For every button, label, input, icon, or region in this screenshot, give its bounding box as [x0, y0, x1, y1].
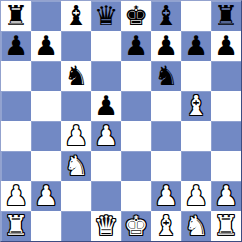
square-h7[interactable]: ♟: [211, 31, 241, 61]
square-d7[interactable]: [91, 31, 121, 61]
square-d3[interactable]: [91, 151, 121, 181]
square-f3[interactable]: [151, 151, 181, 181]
square-g7[interactable]: ♟: [181, 31, 211, 61]
square-c7[interactable]: [61, 31, 91, 61]
white-pawn-b2[interactable]: ♟: [34, 181, 58, 211]
white-pawn-f2[interactable]: ♟: [154, 181, 178, 211]
square-d6[interactable]: [91, 61, 121, 91]
square-h5[interactable]: [211, 91, 241, 121]
black-rook-h8[interactable]: ♜: [214, 1, 238, 31]
square-c5[interactable]: [61, 91, 91, 121]
square-b1[interactable]: [31, 211, 61, 241]
square-a4[interactable]: [1, 121, 31, 151]
square-c1[interactable]: [61, 211, 91, 241]
square-e3[interactable]: [121, 151, 151, 181]
square-f1[interactable]: ♝: [151, 211, 181, 241]
square-g8[interactable]: [181, 1, 211, 31]
white-pawn-c4[interactable]: ♟: [64, 121, 88, 151]
black-bishop-f8[interactable]: ♝: [154, 1, 178, 31]
square-e2[interactable]: [121, 181, 151, 211]
square-f6[interactable]: ♞: [151, 61, 181, 91]
square-h2[interactable]: ♟: [211, 181, 241, 211]
white-queen-d1[interactable]: ♛: [94, 211, 118, 241]
black-knight-f6[interactable]: ♞: [154, 61, 178, 91]
square-e1[interactable]: ♚: [121, 211, 151, 241]
square-b7[interactable]: ♟: [31, 31, 61, 61]
white-king-e1[interactable]: ♚: [124, 211, 148, 241]
square-a5[interactable]: [1, 91, 31, 121]
white-knight-c3[interactable]: ♞: [64, 151, 88, 181]
square-c6[interactable]: ♞: [61, 61, 91, 91]
square-d4[interactable]: ♟: [91, 121, 121, 151]
white-pawn-d4[interactable]: ♟: [94, 121, 118, 151]
square-a7[interactable]: ♟: [1, 31, 31, 61]
black-pawn-g7[interactable]: ♟: [184, 31, 208, 61]
square-d2[interactable]: [91, 181, 121, 211]
square-c2[interactable]: [61, 181, 91, 211]
square-g1[interactable]: ♞: [181, 211, 211, 241]
square-e7[interactable]: ♟: [121, 31, 151, 61]
black-pawn-b7[interactable]: ♟: [34, 31, 58, 61]
square-f4[interactable]: [151, 121, 181, 151]
square-g6[interactable]: [181, 61, 211, 91]
square-a8[interactable]: ♜: [1, 1, 31, 31]
square-a3[interactable]: [1, 151, 31, 181]
black-pawn-d5[interactable]: ♟: [94, 91, 118, 121]
white-bishop-g5[interactable]: ♝: [184, 91, 208, 121]
black-knight-c6[interactable]: ♞: [64, 61, 88, 91]
black-pawn-h7[interactable]: ♟: [214, 31, 238, 61]
white-bishop-f1[interactable]: ♝: [154, 211, 178, 241]
black-pawn-e7[interactable]: ♟: [124, 31, 148, 61]
black-king-e8[interactable]: ♚: [124, 1, 148, 31]
black-pawn-a7[interactable]: ♟: [4, 31, 28, 61]
black-pawn-f7[interactable]: ♟: [154, 31, 178, 61]
square-d8[interactable]: ♛: [91, 1, 121, 31]
square-a6[interactable]: [1, 61, 31, 91]
white-pawn-g2[interactable]: ♟: [184, 181, 208, 211]
square-g2[interactable]: ♟: [181, 181, 211, 211]
square-h8[interactable]: ♜: [211, 1, 241, 31]
square-b8[interactable]: [31, 1, 61, 31]
square-e6[interactable]: [121, 61, 151, 91]
white-rook-a1[interactable]: ♜: [4, 211, 28, 241]
white-rook-h1[interactable]: ♜: [214, 211, 238, 241]
black-queen-d8[interactable]: ♛: [94, 1, 118, 31]
square-h3[interactable]: [211, 151, 241, 181]
square-f8[interactable]: ♝: [151, 1, 181, 31]
square-h6[interactable]: [211, 61, 241, 91]
square-h1[interactable]: ♜: [211, 211, 241, 241]
square-a2[interactable]: ♟: [1, 181, 31, 211]
white-pawn-h2[interactable]: ♟: [214, 181, 238, 211]
black-bishop-c8[interactable]: ♝: [64, 1, 88, 31]
square-d1[interactable]: ♛: [91, 211, 121, 241]
square-c8[interactable]: ♝: [61, 1, 91, 31]
square-g4[interactable]: [181, 121, 211, 151]
square-c3[interactable]: ♞: [61, 151, 91, 181]
square-e8[interactable]: ♚: [121, 1, 151, 31]
square-b5[interactable]: [31, 91, 61, 121]
square-b6[interactable]: [31, 61, 61, 91]
square-h4[interactable]: [211, 121, 241, 151]
square-d5[interactable]: ♟: [91, 91, 121, 121]
square-f5[interactable]: [151, 91, 181, 121]
square-e4[interactable]: [121, 121, 151, 151]
square-f7[interactable]: ♟: [151, 31, 181, 61]
square-g3[interactable]: [181, 151, 211, 181]
square-c4[interactable]: ♟: [61, 121, 91, 151]
black-rook-a8[interactable]: ♜: [4, 1, 28, 31]
square-g5[interactable]: ♝: [181, 91, 211, 121]
square-a1[interactable]: ♜: [1, 211, 31, 241]
white-pawn-a2[interactable]: ♟: [4, 181, 28, 211]
chess-board: ♜♝♛♚♝♜♟♟♟♟♟♟♞♞♟♝♟♟♞♟♟♟♟♟♜♛♚♝♞♜: [0, 0, 242, 242]
square-b3[interactable]: [31, 151, 61, 181]
square-e5[interactable]: [121, 91, 151, 121]
square-f2[interactable]: ♟: [151, 181, 181, 211]
square-b4[interactable]: [31, 121, 61, 151]
square-b2[interactable]: ♟: [31, 181, 61, 211]
white-knight-g1[interactable]: ♞: [184, 211, 208, 241]
